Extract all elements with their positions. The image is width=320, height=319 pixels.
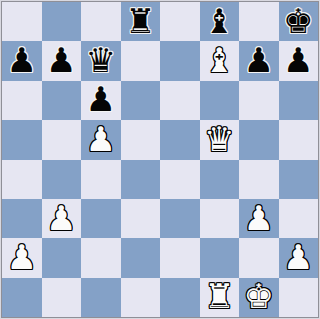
square-a7[interactable]: ♟	[2, 41, 42, 80]
square-e5[interactable]	[160, 120, 200, 159]
square-b6[interactable]	[42, 81, 82, 120]
square-b4[interactable]	[42, 160, 82, 199]
square-b3[interactable]: ♟	[42, 199, 82, 238]
square-c1[interactable]	[81, 278, 121, 317]
square-a3[interactable]	[2, 199, 42, 238]
square-g7[interactable]: ♟	[239, 41, 279, 80]
square-d4[interactable]	[121, 160, 161, 199]
square-f2[interactable]	[200, 238, 240, 277]
white-king-g1: ♚	[244, 279, 274, 313]
square-d5[interactable]	[121, 120, 161, 159]
square-a1[interactable]	[2, 278, 42, 317]
square-d6[interactable]	[121, 81, 161, 120]
black-king-h8: ♚	[283, 4, 313, 38]
white-queen-f5: ♛	[204, 122, 234, 156]
square-e4[interactable]	[160, 160, 200, 199]
square-f3[interactable]	[200, 199, 240, 238]
square-c7[interactable]: ♛	[81, 41, 121, 80]
square-e3[interactable]	[160, 199, 200, 238]
square-c4[interactable]	[81, 160, 121, 199]
square-e8[interactable]	[160, 2, 200, 41]
square-g6[interactable]	[239, 81, 279, 120]
square-h8[interactable]: ♚	[279, 2, 319, 41]
square-b1[interactable]	[42, 278, 82, 317]
chess-board: ♜♝♚♟♟♛♝♟♟♟♟♛♟♟♟♟♜♚	[1, 1, 319, 318]
square-c8[interactable]	[81, 2, 121, 41]
square-d2[interactable]	[121, 238, 161, 277]
square-g5[interactable]	[239, 120, 279, 159]
chess-board-frame: ♜♝♚♟♟♛♝♟♟♟♟♛♟♟♟♟♜♚	[0, 0, 320, 319]
square-f7[interactable]: ♝	[200, 41, 240, 80]
square-d1[interactable]	[121, 278, 161, 317]
square-h6[interactable]	[279, 81, 319, 120]
square-f8[interactable]: ♝	[200, 2, 240, 41]
square-h3[interactable]	[279, 199, 319, 238]
square-d3[interactable]	[121, 199, 161, 238]
black-rook-d8: ♜	[125, 4, 155, 38]
white-pawn-a2: ♟	[7, 240, 37, 274]
black-pawn-h7: ♟	[283, 43, 313, 77]
square-c3[interactable]	[81, 199, 121, 238]
white-pawn-h2: ♟	[283, 240, 313, 274]
square-g3[interactable]: ♟	[239, 199, 279, 238]
white-pawn-b3: ♟	[46, 201, 76, 235]
square-a6[interactable]	[2, 81, 42, 120]
square-e6[interactable]	[160, 81, 200, 120]
square-e7[interactable]	[160, 41, 200, 80]
square-a5[interactable]	[2, 120, 42, 159]
black-pawn-a7: ♟	[7, 43, 37, 77]
black-pawn-b7: ♟	[46, 43, 76, 77]
white-pawn-g3: ♟	[244, 201, 274, 235]
white-bishop-f7: ♝	[204, 43, 234, 77]
square-f5[interactable]: ♛	[200, 120, 240, 159]
black-pawn-c6: ♟	[86, 82, 116, 116]
square-d8[interactable]: ♜	[121, 2, 161, 41]
black-bishop-f8: ♝	[204, 4, 234, 38]
square-g8[interactable]	[239, 2, 279, 41]
square-h4[interactable]	[279, 160, 319, 199]
square-h1[interactable]	[279, 278, 319, 317]
square-c6[interactable]: ♟	[81, 81, 121, 120]
square-f4[interactable]	[200, 160, 240, 199]
white-pawn-c5: ♟	[86, 122, 116, 156]
square-h7[interactable]: ♟	[279, 41, 319, 80]
square-g4[interactable]	[239, 160, 279, 199]
square-a8[interactable]	[2, 2, 42, 41]
square-h2[interactable]: ♟	[279, 238, 319, 277]
square-c2[interactable]	[81, 238, 121, 277]
square-b8[interactable]	[42, 2, 82, 41]
square-e1[interactable]	[160, 278, 200, 317]
square-d7[interactable]	[121, 41, 161, 80]
black-pawn-g7: ♟	[244, 43, 274, 77]
white-rook-f1: ♜	[204, 279, 234, 313]
square-a2[interactable]: ♟	[2, 238, 42, 277]
square-f1[interactable]: ♜	[200, 278, 240, 317]
square-b2[interactable]	[42, 238, 82, 277]
square-b7[interactable]: ♟	[42, 41, 82, 80]
square-g1[interactable]: ♚	[239, 278, 279, 317]
square-g2[interactable]	[239, 238, 279, 277]
square-f6[interactable]	[200, 81, 240, 120]
black-queen-c7: ♛	[86, 43, 116, 77]
square-c5[interactable]: ♟	[81, 120, 121, 159]
square-a4[interactable]	[2, 160, 42, 199]
square-e2[interactable]	[160, 238, 200, 277]
square-b5[interactable]	[42, 120, 82, 159]
square-h5[interactable]	[279, 120, 319, 159]
